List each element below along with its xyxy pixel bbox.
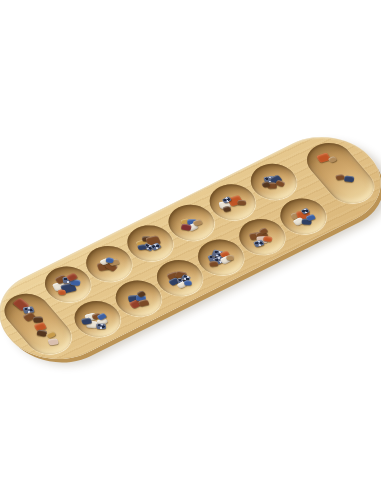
stone-tan [226, 255, 234, 260]
stone-tan [328, 155, 338, 162]
stone-brown [209, 260, 219, 266]
photo-background [0, 0, 381, 492]
stone-blue [184, 280, 192, 285]
stone-brown [138, 299, 150, 307]
mancala-board [0, 120, 381, 375]
stone-brown [237, 200, 246, 205]
stone-orange [58, 290, 66, 295]
stone-speckle [96, 323, 106, 329]
stone-orange [263, 235, 273, 242]
stone-darkblue [343, 176, 353, 183]
stone-maroon [181, 223, 192, 231]
stone-pink [48, 338, 59, 345]
